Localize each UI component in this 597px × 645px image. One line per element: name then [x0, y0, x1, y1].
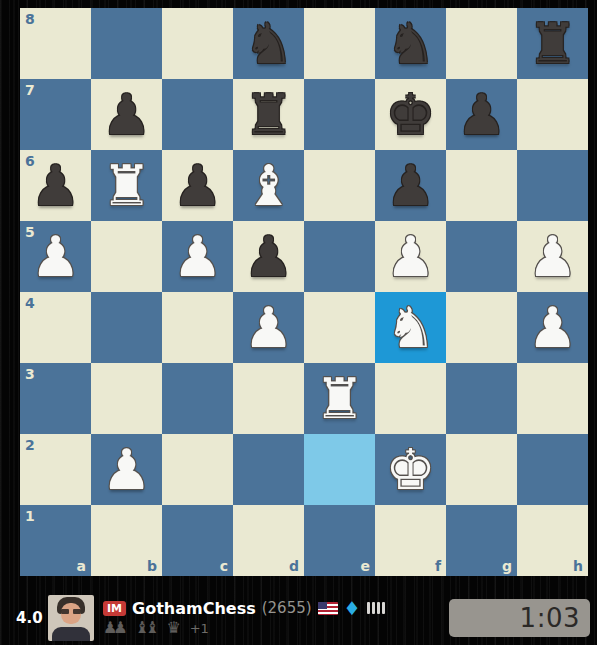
diamond-membership-icon: ♦	[344, 602, 361, 615]
square-f6[interactable]: ♟	[375, 150, 446, 221]
black-knight-f8[interactable]: ♞	[375, 8, 446, 79]
player-avatar[interactable]	[48, 595, 94, 641]
square-a5[interactable]: 5♟	[20, 221, 91, 292]
material-advantage: +1	[190, 621, 209, 636]
square-c6[interactable]: ♟	[162, 150, 233, 221]
square-b7[interactable]: ♟	[91, 79, 162, 150]
square-e7[interactable]	[304, 79, 375, 150]
rank-label-4: 4	[25, 296, 35, 310]
square-e5[interactable]	[304, 221, 375, 292]
black-rook-h8[interactable]: ♜	[517, 8, 588, 79]
square-g2[interactable]	[446, 434, 517, 505]
white-pawn-h4[interactable]: ♟	[517, 292, 588, 363]
signal-bars-icon	[367, 602, 385, 614]
file-label-b: b	[147, 559, 157, 573]
black-pawn-g7[interactable]: ♟	[446, 79, 517, 150]
square-d7[interactable]: ♜	[233, 79, 304, 150]
white-pawn-a5[interactable]: ♟	[20, 221, 91, 292]
captured-queen: ♛	[166, 619, 180, 637]
square-e1[interactable]: e	[304, 505, 375, 576]
square-h4[interactable]: ♟	[517, 292, 588, 363]
square-f7[interactable]: ♚	[375, 79, 446, 150]
square-a3[interactable]: 3	[20, 363, 91, 434]
file-label-a: a	[77, 559, 86, 573]
black-pawn-d5[interactable]: ♟	[233, 221, 304, 292]
square-b2[interactable]: ♟	[91, 434, 162, 505]
white-pawn-c5[interactable]: ♟	[162, 221, 233, 292]
square-f4[interactable]: ♞	[375, 292, 446, 363]
square-d8[interactable]: ♞	[233, 8, 304, 79]
white-pawn-h5[interactable]: ♟	[517, 221, 588, 292]
square-a8[interactable]: 8	[20, 8, 91, 79]
player-clock: 1:03	[449, 599, 590, 637]
square-e4[interactable]	[304, 292, 375, 363]
rank-label-7: 7	[25, 83, 35, 97]
square-d4[interactable]: ♟	[233, 292, 304, 363]
square-a6[interactable]: 6♟	[20, 150, 91, 221]
square-a2[interactable]: 2	[20, 434, 91, 505]
file-label-g: g	[502, 559, 512, 573]
rank-label-3: 3	[25, 367, 35, 381]
white-rook-e3[interactable]: ♜	[304, 363, 375, 434]
square-c3[interactable]	[162, 363, 233, 434]
square-c2[interactable]	[162, 434, 233, 505]
square-f3[interactable]	[375, 363, 446, 434]
black-pawn-f6[interactable]: ♟	[375, 150, 446, 221]
square-g1[interactable]: g	[446, 505, 517, 576]
white-bishop-d6[interactable]: ♝	[233, 150, 304, 221]
player-bar: 4.0 IM GothamChess (2655) ♦ ♟♟ ♝♝ ♛ +1 1…	[0, 590, 597, 645]
avatar-shirt	[52, 627, 90, 641]
square-g5[interactable]	[446, 221, 517, 292]
square-d3[interactable]	[233, 363, 304, 434]
evaluation-score: 4.0	[16, 609, 48, 627]
square-g8[interactable]	[446, 8, 517, 79]
white-king-f2[interactable]: ♚	[375, 434, 446, 505]
file-label-c: c	[220, 559, 228, 573]
us-flag-icon	[318, 602, 338, 615]
square-g6[interactable]	[446, 150, 517, 221]
rank-label-2: 2	[25, 438, 35, 452]
white-pawn-f5[interactable]: ♟	[375, 221, 446, 292]
white-pawn-b2[interactable]: ♟	[91, 434, 162, 505]
file-label-d: d	[289, 559, 299, 573]
file-label-f: f	[435, 559, 441, 573]
white-rook-b6[interactable]: ♜	[91, 150, 162, 221]
black-pawn-a6[interactable]: ♟	[20, 150, 91, 221]
rank-label-8: 8	[25, 12, 35, 26]
square-e8[interactable]	[304, 8, 375, 79]
square-h1[interactable]: h	[517, 505, 588, 576]
square-d5[interactable]: ♟	[233, 221, 304, 292]
captured-pawns: ♟♟	[103, 619, 128, 637]
captured-pieces-row: ♟♟ ♝♝ ♛ +1	[103, 619, 385, 637]
square-c1[interactable]: c	[162, 505, 233, 576]
square-a4[interactable]: 4	[20, 292, 91, 363]
square-c7[interactable]	[162, 79, 233, 150]
square-f2[interactable]: ♚	[375, 434, 446, 505]
square-f5[interactable]: ♟	[375, 221, 446, 292]
player-rating: (2655)	[262, 599, 312, 617]
square-g4[interactable]	[446, 292, 517, 363]
square-c8[interactable]	[162, 8, 233, 79]
square-a1[interactable]: 1a	[20, 505, 91, 576]
square-f8[interactable]: ♞	[375, 8, 446, 79]
square-b6[interactable]: ♜	[91, 150, 162, 221]
square-h7[interactable]	[517, 79, 588, 150]
square-b5[interactable]	[91, 221, 162, 292]
square-b3[interactable]	[91, 363, 162, 434]
captured-bishops: ♝♝	[135, 619, 160, 637]
square-d1[interactable]: d	[233, 505, 304, 576]
square-d2[interactable]	[233, 434, 304, 505]
square-b4[interactable]	[91, 292, 162, 363]
file-label-h: h	[573, 559, 583, 573]
black-rook-d7[interactable]: ♜	[233, 79, 304, 150]
clock-time: 1:03	[520, 603, 580, 633]
white-pawn-d4[interactable]: ♟	[233, 292, 304, 363]
square-b8[interactable]	[91, 8, 162, 79]
square-f1[interactable]: f	[375, 505, 446, 576]
black-king-f7[interactable]: ♚	[375, 79, 446, 150]
square-b1[interactable]: b	[91, 505, 162, 576]
square-h8[interactable]: ♜	[517, 8, 588, 79]
square-g7[interactable]: ♟	[446, 79, 517, 150]
white-knight-f4[interactable]: ♞	[375, 292, 446, 363]
black-knight-d8[interactable]: ♞	[233, 8, 304, 79]
black-pawn-c6[interactable]: ♟	[162, 150, 233, 221]
square-d6[interactable]: ♝	[233, 150, 304, 221]
im-title-badge: IM	[103, 601, 126, 616]
player-username[interactable]: GothamChess	[132, 599, 256, 618]
square-h3[interactable]	[517, 363, 588, 434]
square-h2[interactable]	[517, 434, 588, 505]
black-pawn-b7[interactable]: ♟	[91, 79, 162, 150]
square-c4[interactable]	[162, 292, 233, 363]
player-info: IM GothamChess (2655) ♦ ♟♟ ♝♝ ♛ +1	[103, 598, 385, 637]
square-e3[interactable]: ♜	[304, 363, 375, 434]
square-g3[interactable]	[446, 363, 517, 434]
square-h5[interactable]: ♟	[517, 221, 588, 292]
avatar-glasses	[61, 609, 69, 614]
square-a7[interactable]: 7	[20, 79, 91, 150]
square-e2[interactable]	[304, 434, 375, 505]
square-c5[interactable]: ♟	[162, 221, 233, 292]
rank-label-1: 1	[25, 509, 35, 523]
player-name-row: IM GothamChess (2655) ♦	[103, 598, 385, 618]
square-e6[interactable]	[304, 150, 375, 221]
file-label-e: e	[361, 559, 371, 573]
square-h6[interactable]	[517, 150, 588, 221]
chess-board[interactable]: 8♞♞♜7♟♜♚♟6♟♜♟♝♟5♟♟♟♟♟4♟♞♟3♜2♟♚1abcdefgh	[20, 8, 588, 576]
